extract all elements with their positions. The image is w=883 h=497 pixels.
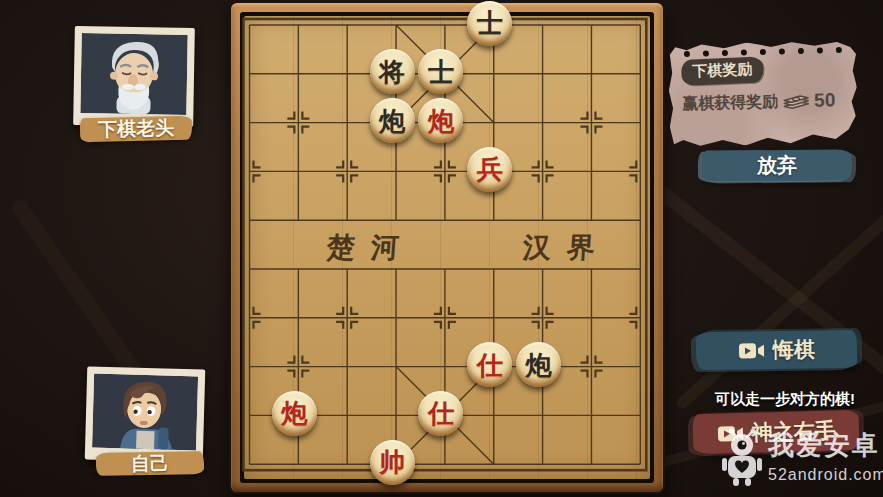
piece-black-cannon[interactable]: 炮 xyxy=(516,342,561,387)
opponent-panel: 下棋老头 xyxy=(74,27,194,126)
hint-text: 可以走一步对方的棋! xyxy=(692,390,878,409)
piece-black-advisor[interactable]: 士 xyxy=(467,1,512,46)
xiangqi-board: 楚河 汉界 士将士炮炮兵仕炮炮仕帅 xyxy=(229,1,665,494)
pieces-layer: 士将士炮炮兵仕炮炮仕帅 xyxy=(221,0,661,487)
banknote-stack-icon xyxy=(781,89,812,114)
game-screen: 下棋老头 自己 xyxy=(0,0,883,497)
reward-amount: 50 xyxy=(814,89,836,112)
piece-black-advisor[interactable]: 士 xyxy=(418,49,463,94)
self-avatar xyxy=(85,366,206,462)
give-up-label: 放弃 xyxy=(757,152,797,179)
reward-title: 下棋奖励 xyxy=(681,56,764,86)
background-texture xyxy=(675,201,883,411)
piece-black-general[interactable]: 将 xyxy=(370,49,415,94)
undo-label: 悔棋 xyxy=(773,335,815,364)
self-panel: 自己 xyxy=(86,368,204,461)
give-up-button[interactable]: 放弃 xyxy=(702,149,852,181)
gods-right-hand-button[interactable]: 神之右手 xyxy=(692,410,859,455)
piece-red-general[interactable]: 帅 xyxy=(370,440,415,485)
opponent-avatar xyxy=(73,26,195,127)
note-torn-holes xyxy=(684,47,842,57)
self-name: 自己 xyxy=(96,451,204,476)
video-ad-icon xyxy=(738,341,765,360)
old-man-avatar-icon xyxy=(80,33,187,115)
young-man-avatar-icon xyxy=(92,374,198,451)
piece-red-cannon[interactable]: 炮 xyxy=(272,391,317,436)
reward-note: 下棋奖励 赢棋获得奖励 50 xyxy=(668,40,859,148)
opponent-name: 下棋老头 xyxy=(80,116,193,143)
gods-right-hand-label: 神之右手 xyxy=(751,416,836,446)
piece-black-cannon[interactable]: 炮 xyxy=(370,98,415,143)
watermark-line2: 52android.com xyxy=(768,466,883,484)
piece-red-advisor[interactable]: 仕 xyxy=(467,342,512,387)
piece-red-advisor[interactable]: 仕 xyxy=(418,391,463,436)
video-ad-icon xyxy=(716,423,744,443)
reward-description: 赢棋获得奖励 xyxy=(682,91,779,115)
piece-red-cannon[interactable]: 炮 xyxy=(418,98,463,143)
undo-move-button[interactable]: 悔棋 xyxy=(696,330,858,370)
piece-red-soldier[interactable]: 兵 xyxy=(467,147,512,192)
